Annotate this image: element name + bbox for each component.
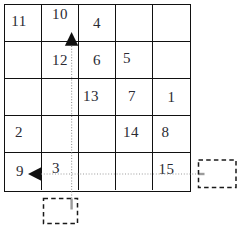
tile-number: 8 xyxy=(162,125,170,140)
cell-r1c5 xyxy=(153,5,190,42)
cell-r4c3 xyxy=(79,116,116,153)
cell-r1c1: 11 xyxy=(5,5,42,42)
tile-number: 3 xyxy=(52,161,60,176)
tile-number: 5 xyxy=(123,51,131,66)
tile-number: 6 xyxy=(93,53,101,68)
tile-number: 10 xyxy=(52,7,68,22)
tile-number: 14 xyxy=(123,125,139,140)
cell-r4c1: 2 xyxy=(5,116,42,153)
cell-r2c5 xyxy=(153,42,190,79)
cell-r3c4: 7 xyxy=(116,79,153,116)
cell-r2c3: 6 xyxy=(79,42,116,79)
cell-r3c5: 1 xyxy=(153,79,190,116)
cell-r3c3: 13 xyxy=(79,79,116,116)
cell-r1c2: 10 xyxy=(42,5,79,42)
phantom-cell-bottom xyxy=(44,199,78,224)
tile-number: 7 xyxy=(128,89,136,104)
cell-r5c4 xyxy=(116,153,153,190)
tile-number: 2 xyxy=(15,125,23,140)
cell-r4c4: 14 xyxy=(116,116,153,153)
tile-number: 12 xyxy=(52,53,68,68)
tile-number: 4 xyxy=(93,16,101,31)
magic-square-figure: 111041265137121489315 xyxy=(0,0,242,230)
cell-r5c1: 9 xyxy=(5,153,42,190)
cell-r5c2: 3 xyxy=(42,153,79,190)
cell-r1c4 xyxy=(116,5,153,42)
cell-r3c1 xyxy=(5,79,42,116)
cell-r5c5: 15 xyxy=(153,153,190,190)
cell-r2c1 xyxy=(5,42,42,79)
tile-number: 13 xyxy=(83,89,99,104)
cell-r4c5: 8 xyxy=(153,116,190,153)
puzzle-grid: 111041265137121489315 xyxy=(4,4,191,192)
cell-r4c2 xyxy=(42,116,79,153)
cell-r1c3: 4 xyxy=(79,5,116,42)
tile-number: 11 xyxy=(11,14,26,29)
cell-r2c4: 5 xyxy=(116,42,153,79)
tile-number: 15 xyxy=(159,162,175,177)
cell-r2c2: 12 xyxy=(42,42,79,79)
cell-r5c3 xyxy=(79,153,116,190)
tile-number: 1 xyxy=(168,90,176,105)
phantom-cell-right xyxy=(199,160,237,188)
tile-number: 9 xyxy=(16,164,24,179)
cell-r3c2 xyxy=(42,79,79,116)
